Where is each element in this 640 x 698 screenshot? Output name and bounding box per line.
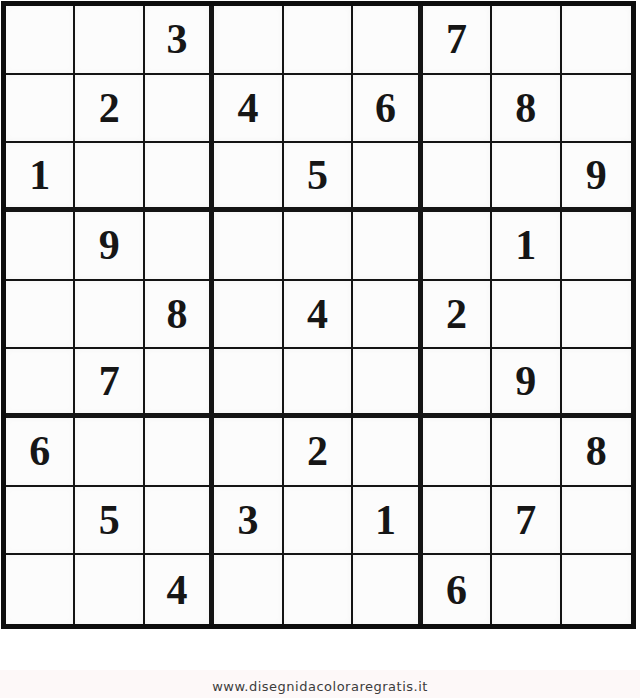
cell-r8c7[interactable] [423, 487, 492, 556]
cell-r3c3[interactable] [145, 143, 214, 212]
cell-r4c4[interactable] [214, 212, 283, 281]
cell-r7c6[interactable] [353, 418, 422, 487]
cell-r8c9[interactable] [562, 487, 631, 556]
cell-r7c9: 8 [562, 418, 631, 487]
cell-r4c8: 1 [492, 212, 561, 281]
cell-r4c6[interactable] [353, 212, 422, 281]
cell-r5c6[interactable] [353, 281, 422, 350]
cell-r9c6[interactable] [353, 555, 422, 624]
cell-r9c4[interactable] [214, 555, 283, 624]
cell-r3c9: 9 [562, 143, 631, 212]
cell-r3c8[interactable] [492, 143, 561, 212]
cell-r8c6: 1 [353, 487, 422, 556]
cell-r7c4[interactable] [214, 418, 283, 487]
cell-r8c8: 7 [492, 487, 561, 556]
cell-r9c7: 6 [423, 555, 492, 624]
cell-r7c2[interactable] [75, 418, 144, 487]
cell-r6c3[interactable] [145, 349, 214, 418]
cell-r7c7[interactable] [423, 418, 492, 487]
cell-r2c2: 2 [75, 75, 144, 144]
cell-r5c8[interactable] [492, 281, 561, 350]
cell-r6c8: 9 [492, 349, 561, 418]
cell-r1c8[interactable] [492, 6, 561, 75]
cell-r1c4[interactable] [214, 6, 283, 75]
cell-r2c4: 4 [214, 75, 283, 144]
cell-r1c7: 7 [423, 6, 492, 75]
cell-r1c3: 3 [145, 6, 214, 75]
cell-r9c1[interactable] [6, 555, 75, 624]
cell-r7c3[interactable] [145, 418, 214, 487]
cell-r9c5[interactable] [284, 555, 353, 624]
cell-r5c4[interactable] [214, 281, 283, 350]
cell-r8c2: 5 [75, 487, 144, 556]
cell-r5c3: 8 [145, 281, 214, 350]
cell-r2c8: 8 [492, 75, 561, 144]
cell-r4c1[interactable] [6, 212, 75, 281]
cell-r7c5: 2 [284, 418, 353, 487]
cell-r3c1: 1 [6, 143, 75, 212]
cell-r9c2[interactable] [75, 555, 144, 624]
cell-r4c5[interactable] [284, 212, 353, 281]
cell-r3c4[interactable] [214, 143, 283, 212]
cell-r6c2: 7 [75, 349, 144, 418]
cell-r2c6: 6 [353, 75, 422, 144]
sudoku-page: 3724681599184279628531746 www.disegnidac… [0, 0, 640, 698]
cell-r5c5: 4 [284, 281, 353, 350]
cell-r1c6[interactable] [353, 6, 422, 75]
cell-r5c9[interactable] [562, 281, 631, 350]
cell-r6c4[interactable] [214, 349, 283, 418]
cell-r3c6[interactable] [353, 143, 422, 212]
cell-r2c5[interactable] [284, 75, 353, 144]
cell-r6c7[interactable] [423, 349, 492, 418]
cell-r1c9[interactable] [562, 6, 631, 75]
cell-r7c1: 6 [6, 418, 75, 487]
cell-r9c8[interactable] [492, 555, 561, 624]
watermark: www.disegnidacoloraregratis.it [0, 679, 640, 694]
cell-r5c1[interactable] [6, 281, 75, 350]
cell-r9c9[interactable] [562, 555, 631, 624]
cell-r1c2[interactable] [75, 6, 144, 75]
cell-r2c7[interactable] [423, 75, 492, 144]
cell-r6c6[interactable] [353, 349, 422, 418]
cell-r6c9[interactable] [562, 349, 631, 418]
cell-r5c2[interactable] [75, 281, 144, 350]
cell-r1c1[interactable] [6, 6, 75, 75]
cell-r4c2: 9 [75, 212, 144, 281]
sudoku-board: 3724681599184279628531746 [1, 1, 636, 629]
cell-r4c7[interactable] [423, 212, 492, 281]
cell-r3c2[interactable] [75, 143, 144, 212]
cell-r3c7[interactable] [423, 143, 492, 212]
cell-r2c1[interactable] [6, 75, 75, 144]
cell-r4c3[interactable] [145, 212, 214, 281]
cell-r3c5: 5 [284, 143, 353, 212]
cell-r8c3[interactable] [145, 487, 214, 556]
cell-r4c9[interactable] [562, 212, 631, 281]
cell-r2c3[interactable] [145, 75, 214, 144]
cell-r8c1[interactable] [6, 487, 75, 556]
cell-r1c5[interactable] [284, 6, 353, 75]
cell-r8c5[interactable] [284, 487, 353, 556]
cell-r7c8[interactable] [492, 418, 561, 487]
cell-r8c4: 3 [214, 487, 283, 556]
cell-r6c1[interactable] [6, 349, 75, 418]
cell-r9c3: 4 [145, 555, 214, 624]
cell-r5c7: 2 [423, 281, 492, 350]
cell-r6c5[interactable] [284, 349, 353, 418]
cell-r2c9[interactable] [562, 75, 631, 144]
